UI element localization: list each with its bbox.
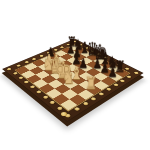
gold-ornament-icon xyxy=(18,76,24,79)
product-photo-canvas: ♜♞♝♛♚♝♞♜♟♟♟♟♟♟♟♟♟♝♟♝♜♞♛♚♞ xyxy=(0,0,150,150)
gold-ornament-icon xyxy=(49,100,55,104)
gold-ornament-icon xyxy=(36,90,42,94)
gold-ornament-icon xyxy=(24,80,30,83)
gold-ornament-icon xyxy=(73,40,78,42)
gold-ornament-icon xyxy=(120,79,126,82)
gold-ornament-icon xyxy=(90,50,95,52)
gold-ornament-icon xyxy=(126,75,132,78)
gold-ornament-icon xyxy=(110,60,115,63)
gold-ornament-icon xyxy=(98,92,104,96)
gold-ornament-icon xyxy=(106,87,112,91)
brass-clasp-icon xyxy=(61,112,67,116)
gold-ornament-icon xyxy=(78,44,83,46)
gold-ornament-icon xyxy=(90,97,96,101)
gold-ornament-icon xyxy=(113,83,119,87)
gold-ornament-icon xyxy=(124,67,129,70)
gold-ornament-icon xyxy=(42,95,48,99)
gold-ornament-icon xyxy=(57,106,64,110)
gold-ornament-icon xyxy=(30,85,36,89)
gold-ornament-icon xyxy=(117,63,122,66)
gold-ornament-icon xyxy=(74,107,81,112)
gold-ornament-icon xyxy=(13,72,18,75)
gold-ornament-icon xyxy=(6,68,11,71)
gold-ornament-icon xyxy=(84,47,89,49)
gold-ornament-icon xyxy=(103,56,108,59)
square-b4: ♟ xyxy=(46,60,59,67)
gold-ornament-icon xyxy=(32,58,37,61)
gold-ornament-icon xyxy=(96,53,101,55)
gold-ornament-icon xyxy=(82,102,88,106)
chess-board: ♜♞♝♛♚♝♞♜♟♟♟♟♟♟♟♟♟♝♟♝♜♞♛♚♞ xyxy=(2,39,143,122)
gold-ornament-icon xyxy=(134,71,140,74)
